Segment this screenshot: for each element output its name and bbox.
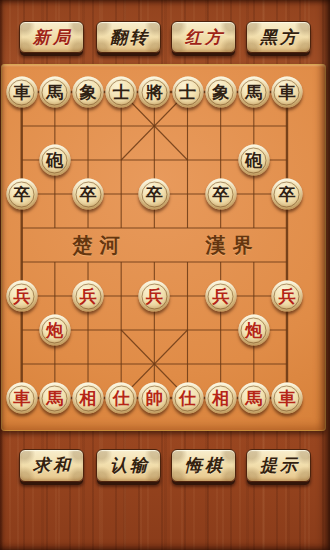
piece-black-cannon[interactable]: 砲 bbox=[39, 145, 70, 176]
piece-red-chariot[interactable]: 車 bbox=[271, 383, 302, 414]
piece-glyph: 車 bbox=[278, 84, 295, 101]
piece-red-horse[interactable]: 馬 bbox=[238, 383, 269, 414]
piece-glyph: 象 bbox=[212, 84, 229, 101]
piece-black-advisor[interactable]: 士 bbox=[106, 77, 137, 108]
undo-move-button[interactable]: 悔棋 bbox=[171, 449, 236, 482]
piece-glyph: 砲 bbox=[245, 152, 262, 169]
piece-glyph: 將 bbox=[146, 84, 163, 101]
piece-red-soldier[interactable]: 兵 bbox=[205, 281, 236, 312]
piece-glyph: 卒 bbox=[146, 186, 163, 203]
piece-red-horse[interactable]: 馬 bbox=[39, 383, 70, 414]
piece-black-cannon[interactable]: 砲 bbox=[238, 145, 269, 176]
piece-black-chariot[interactable]: 車 bbox=[6, 77, 37, 108]
piece-black-advisor[interactable]: 士 bbox=[172, 77, 203, 108]
piece-glyph: 馬 bbox=[245, 84, 262, 101]
piece-black-elephant[interactable]: 象 bbox=[205, 77, 236, 108]
app-window: 新局 翻转 红方 黑方 楚河 漢界 車馬象士將士象馬車砲砲卒卒卒卒卒兵兵兵兵兵炮… bbox=[0, 0, 330, 550]
piece-glyph: 相 bbox=[212, 390, 229, 407]
piece-glyph: 兵 bbox=[278, 288, 295, 305]
piece-red-advisor[interactable]: 仕 bbox=[172, 383, 203, 414]
piece-black-soldier[interactable]: 卒 bbox=[205, 179, 236, 210]
piece-red-advisor[interactable]: 仕 bbox=[106, 383, 137, 414]
piece-red-soldier[interactable]: 兵 bbox=[73, 281, 104, 312]
piece-glyph: 兵 bbox=[146, 288, 163, 305]
piece-red-soldier[interactable]: 兵 bbox=[139, 281, 170, 312]
piece-black-horse[interactable]: 馬 bbox=[238, 77, 269, 108]
piece-glyph: 仕 bbox=[113, 390, 130, 407]
piece-black-horse[interactable]: 馬 bbox=[39, 77, 70, 108]
piece-red-soldier[interactable]: 兵 bbox=[6, 281, 37, 312]
piece-glyph: 卒 bbox=[13, 186, 30, 203]
piece-black-soldier[interactable]: 卒 bbox=[139, 179, 170, 210]
red-side-button[interactable]: 红方 bbox=[171, 21, 236, 53]
piece-black-elephant[interactable]: 象 bbox=[73, 77, 104, 108]
piece-glyph: 帥 bbox=[146, 390, 163, 407]
river-label-right: 漢界 bbox=[199, 232, 260, 259]
piece-glyph: 象 bbox=[80, 84, 97, 101]
piece-red-cannon[interactable]: 炮 bbox=[39, 315, 70, 346]
piece-red-cannon[interactable]: 炮 bbox=[238, 315, 269, 346]
piece-glyph: 炮 bbox=[245, 322, 262, 339]
piece-glyph: 馬 bbox=[46, 390, 63, 407]
piece-glyph: 兵 bbox=[212, 288, 229, 305]
piece-black-general[interactable]: 將 bbox=[139, 77, 170, 108]
flip-board-button[interactable]: 翻转 bbox=[96, 21, 161, 53]
piece-glyph: 仕 bbox=[179, 390, 196, 407]
piece-glyph: 車 bbox=[13, 84, 30, 101]
offer-draw-button[interactable]: 求和 bbox=[19, 449, 84, 482]
piece-glyph: 車 bbox=[13, 390, 30, 407]
hint-button[interactable]: 提示 bbox=[246, 449, 311, 482]
piece-glyph: 卒 bbox=[278, 186, 295, 203]
piece-glyph: 馬 bbox=[46, 84, 63, 101]
piece-glyph: 兵 bbox=[13, 288, 30, 305]
new-game-button[interactable]: 新局 bbox=[19, 21, 84, 53]
piece-glyph: 相 bbox=[80, 390, 97, 407]
piece-black-soldier[interactable]: 卒 bbox=[73, 179, 104, 210]
xiangqi-board[interactable]: 楚河 漢界 車馬象士將士象馬車砲砲卒卒卒卒卒兵兵兵兵兵炮炮車馬相仕帥仕相馬車 bbox=[1, 64, 326, 431]
piece-glyph: 車 bbox=[278, 390, 295, 407]
piece-glyph: 士 bbox=[113, 84, 130, 101]
river-label-left: 楚河 bbox=[66, 232, 127, 259]
piece-glyph: 馬 bbox=[245, 390, 262, 407]
piece-black-chariot[interactable]: 車 bbox=[271, 77, 302, 108]
piece-glyph: 炮 bbox=[46, 322, 63, 339]
piece-glyph: 砲 bbox=[46, 152, 63, 169]
resign-button[interactable]: 认输 bbox=[96, 449, 161, 482]
piece-glyph: 兵 bbox=[80, 288, 97, 305]
piece-glyph: 士 bbox=[179, 84, 196, 101]
board-grid bbox=[1, 64, 326, 431]
piece-black-soldier[interactable]: 卒 bbox=[271, 179, 302, 210]
piece-red-chariot[interactable]: 車 bbox=[6, 383, 37, 414]
piece-red-elephant[interactable]: 相 bbox=[73, 383, 104, 414]
piece-red-elephant[interactable]: 相 bbox=[205, 383, 236, 414]
piece-black-soldier[interactable]: 卒 bbox=[6, 179, 37, 210]
piece-red-soldier[interactable]: 兵 bbox=[271, 281, 302, 312]
piece-glyph: 卒 bbox=[80, 186, 97, 203]
piece-glyph: 卒 bbox=[212, 186, 229, 203]
black-side-button[interactable]: 黑方 bbox=[246, 21, 311, 53]
piece-red-general[interactable]: 帥 bbox=[139, 383, 170, 414]
